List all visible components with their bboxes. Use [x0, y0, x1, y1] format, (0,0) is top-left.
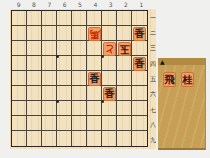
- star-point: [56, 55, 59, 58]
- sente-marker: ▲: [160, 58, 165, 66]
- file-label: 5: [72, 1, 87, 9]
- board-cell[interactable]: [57, 131, 72, 146]
- shogi-piece-3三[interactable]: と: [103, 42, 116, 56]
- board-cell[interactable]: [117, 71, 132, 86]
- rank-label: 一: [150, 11, 157, 26]
- board-cell[interactable]: [117, 11, 132, 26]
- file-label: 6: [57, 1, 72, 9]
- komadai-sente-hand: ▲ 飛桂: [158, 58, 206, 150]
- shogi-piece-2三[interactable]: 玉: [118, 42, 131, 56]
- board-cell[interactable]: [87, 86, 102, 101]
- rank-label: 二: [150, 26, 157, 41]
- rank-label: 六: [150, 87, 157, 102]
- board-cell[interactable]: [117, 101, 132, 116]
- board-cell[interactable]: [42, 101, 57, 116]
- shogi-diagram: 987654321 馬と玉香香香香 一二三四五六七八九 ▲ 飛桂: [0, 0, 210, 158]
- board-cell[interactable]: [117, 116, 132, 131]
- board-cell[interactable]: [42, 71, 57, 86]
- board-cell[interactable]: [57, 41, 72, 56]
- board-cell[interactable]: [57, 26, 72, 41]
- board-cell[interactable]: [132, 71, 147, 86]
- rank-label: 八: [150, 118, 157, 133]
- board-cell[interactable]: [57, 101, 72, 116]
- shogi-piece-1四[interactable]: 香: [133, 57, 146, 71]
- board-cell[interactable]: [72, 86, 87, 101]
- hand-piece-2[interactable]: 桂: [181, 72, 194, 87]
- board-cell[interactable]: [42, 41, 57, 56]
- file-label: 4: [88, 1, 103, 9]
- rank-label: 七: [150, 102, 157, 117]
- board-cell[interactable]: [12, 11, 27, 26]
- board-cell[interactable]: [27, 71, 42, 86]
- shogi-piece-4二[interactable]: 馬: [88, 27, 101, 41]
- board-cell[interactable]: [132, 41, 147, 56]
- board-cell[interactable]: [72, 56, 87, 71]
- board-cell[interactable]: [12, 86, 27, 101]
- file-label: 8: [26, 1, 41, 9]
- board-cell[interactable]: [117, 131, 132, 146]
- star-point: [56, 100, 59, 103]
- board-cell[interactable]: [102, 11, 117, 26]
- rank-label: 四: [150, 56, 157, 71]
- board-cell[interactable]: [117, 86, 132, 101]
- board-cell[interactable]: [72, 131, 87, 146]
- shogi-piece-1二[interactable]: 香: [133, 27, 146, 41]
- board-cell[interactable]: [72, 11, 87, 26]
- rank-labels: 一二三四五六七八九: [150, 11, 157, 149]
- shogi-piece-3六[interactable]: 香: [103, 87, 116, 101]
- board-cell[interactable]: [132, 101, 147, 116]
- board-cell[interactable]: [87, 56, 102, 71]
- file-label: 1: [134, 1, 149, 9]
- board-cell[interactable]: [72, 101, 87, 116]
- board-cell[interactable]: [72, 71, 87, 86]
- board-cell[interactable]: [87, 131, 102, 146]
- board-cell[interactable]: [132, 131, 147, 146]
- rank-label: 九: [150, 133, 157, 148]
- board-cell[interactable]: [102, 131, 117, 146]
- board-cell[interactable]: [132, 11, 147, 26]
- board-cell[interactable]: [12, 41, 27, 56]
- board-cell[interactable]: [27, 11, 42, 26]
- board-cell[interactable]: [72, 41, 87, 56]
- board-grid: 馬と玉香香香香: [11, 10, 148, 147]
- board-cell[interactable]: [12, 71, 27, 86]
- board-cell[interactable]: [42, 86, 57, 101]
- board-cell[interactable]: [27, 116, 42, 131]
- board-cell[interactable]: [72, 116, 87, 131]
- board-cell[interactable]: [12, 131, 27, 146]
- board-cell[interactable]: [117, 26, 132, 41]
- file-label: 9: [11, 1, 26, 9]
- board-cell[interactable]: [27, 26, 42, 41]
- board-cell[interactable]: [57, 86, 72, 101]
- board-cell[interactable]: [42, 131, 57, 146]
- file-label: 3: [103, 1, 118, 9]
- board-cell[interactable]: [27, 131, 42, 146]
- board-cell[interactable]: [57, 56, 72, 71]
- board-cell[interactable]: [27, 101, 42, 116]
- board-cell[interactable]: [102, 26, 117, 41]
- board-cell[interactable]: [87, 101, 102, 116]
- board-cell[interactable]: [42, 26, 57, 41]
- board-cell[interactable]: [57, 71, 72, 86]
- board-cell[interactable]: [27, 41, 42, 56]
- board-cell[interactable]: [102, 71, 117, 86]
- board-cell[interactable]: [102, 101, 117, 116]
- board-cell[interactable]: [42, 116, 57, 131]
- board-cell[interactable]: [117, 56, 132, 71]
- shogi-board: 馬と玉香香香香 一二三四五六七八九: [10, 9, 156, 149]
- rank-label: 五: [150, 72, 157, 87]
- board-cell[interactable]: [27, 86, 42, 101]
- board-cell[interactable]: [27, 56, 42, 71]
- board-cell[interactable]: [87, 11, 102, 26]
- board-cell[interactable]: [12, 101, 27, 116]
- board-cell[interactable]: [132, 86, 147, 101]
- hand-piece-1[interactable]: 飛: [163, 72, 176, 87]
- board-cell[interactable]: [102, 56, 117, 71]
- board-cell[interactable]: [42, 56, 57, 71]
- file-label: 7: [42, 1, 57, 9]
- board-cell[interactable]: [12, 116, 27, 131]
- rank-label: 三: [150, 41, 157, 56]
- board-cell[interactable]: [12, 26, 27, 41]
- komadai-top-band: [158, 58, 205, 65]
- shogi-piece-4五[interactable]: 香: [88, 72, 101, 86]
- board-cell[interactable]: [102, 116, 117, 131]
- board-cell[interactable]: [57, 11, 72, 26]
- file-labels: 987654321: [11, 1, 149, 9]
- board-cell[interactable]: [132, 116, 147, 131]
- file-label: 2: [118, 1, 133, 9]
- board-cell[interactable]: [42, 11, 57, 26]
- board-cell[interactable]: [57, 116, 72, 131]
- board-cell[interactable]: [72, 26, 87, 41]
- board-cell[interactable]: [12, 56, 27, 71]
- board-cell[interactable]: [87, 116, 102, 131]
- board-cell[interactable]: [87, 41, 102, 56]
